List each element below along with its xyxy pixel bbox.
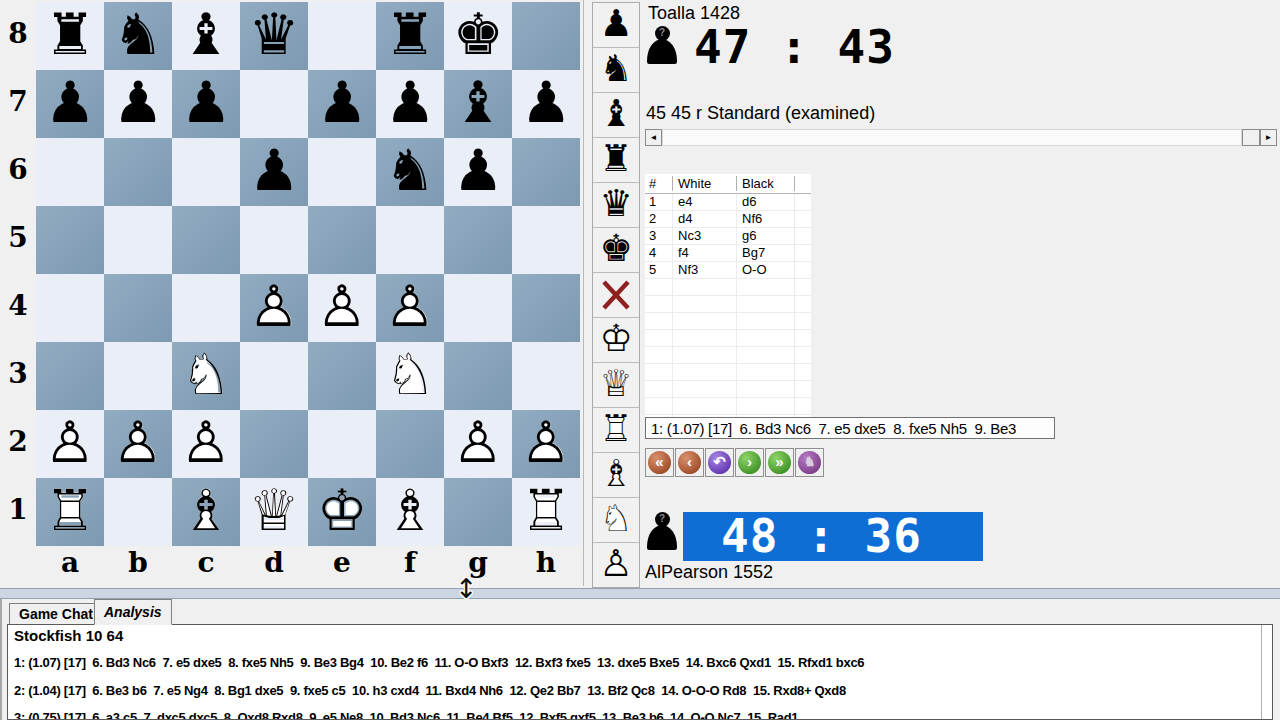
tab-analysis[interactable]: Analysis (94, 599, 172, 625)
square-a4[interactable] (36, 274, 104, 342)
step-forward-button[interactable]: › (735, 448, 764, 477)
square-g1[interactable] (444, 478, 512, 546)
white-move: Nc3 (678, 228, 701, 244)
to-start-icon: « (648, 451, 671, 474)
square-b5[interactable] (104, 206, 172, 274)
black-move: g6 (742, 228, 756, 244)
square-g2[interactable]: ♟♙ (444, 410, 512, 478)
white-move: e4 (678, 194, 692, 210)
move-row-4[interactable]: 4f4Bg7 (645, 245, 811, 262)
square-g6[interactable]: ♟ (444, 138, 512, 206)
engine-name-label: Stockfish 10 64 (14, 627, 123, 644)
square-a2[interactable]: ♟♙ (36, 410, 104, 478)
square-b3[interactable] (104, 342, 172, 410)
white-move: Nf3 (678, 262, 698, 278)
square-h1[interactable]: ♜♖ (512, 478, 580, 546)
game-info-label: 45 45 r Standard (examined) (646, 103, 875, 124)
square-f4[interactable]: ♟♙ (376, 274, 444, 342)
palette-black-rook[interactable]: ♜ (593, 138, 639, 183)
move-row-11[interactable] (645, 364, 811, 381)
black-pawn-icon: ♟ (593, 3, 639, 47)
move-list-body[interactable]: 1e4d62d4Nf63Nc3g64f4Bg75Nf3O-O (645, 194, 811, 432)
move-row-7[interactable] (645, 296, 811, 313)
square-f5[interactable] (376, 206, 444, 274)
move-list-header-black: Black (742, 176, 774, 191)
player-bottom-clock: 48 : 36 (721, 512, 922, 561)
square-f3[interactable]: ♞♘ (376, 342, 444, 410)
piece-black-pawn-g6[interactable]: ♟ (444, 138, 512, 206)
square-a7[interactable]: ♟ (36, 70, 104, 138)
square-f7[interactable]: ♟ (376, 70, 444, 138)
square-a1[interactable]: ♜♖ (36, 478, 104, 546)
piece-black-pawn-a7[interactable]: ♟ (36, 70, 104, 138)
white-bishop-icon: ♝♗ (593, 453, 639, 497)
piece-black-king-g8[interactable]: ♚ (444, 2, 512, 70)
square-c6[interactable] (172, 138, 240, 206)
square-a3[interactable] (36, 342, 104, 410)
panel-splitter[interactable] (0, 588, 1280, 599)
move-row-2[interactable]: 2d4Nf6 (645, 211, 811, 228)
player-bottom-avatar-icon: ? (647, 512, 677, 550)
file-label-f: f (376, 546, 444, 584)
analysis-output: Stockfish 10 64 1: (1.07) [17] 6. Bd3 Nc… (7, 624, 1273, 720)
piece-white-pawn-c2[interactable]: ♟♙ (172, 410, 240, 478)
palette-white-knight[interactable]: ♞♘ (593, 498, 639, 543)
square-c3[interactable]: ♞♘ (172, 342, 240, 410)
file-label-e: e (308, 546, 376, 584)
square-e1[interactable]: ♚♔ (308, 478, 376, 546)
palette-white-rook[interactable]: ♜♖ (593, 408, 639, 453)
bottom-panel: Game Chat Analysis Stockfish 10 64 1: (1… (0, 599, 1280, 720)
white-move: f4 (678, 245, 689, 261)
to-end-button[interactable]: » (765, 448, 794, 477)
piece-black-rook-f8[interactable]: ♜ (376, 2, 444, 70)
square-d4[interactable]: ♟♙ (240, 274, 308, 342)
analysis-line-1: 1: (1.07) [17] 6. Bd3 Nc6 7. e5 dxe5 8. … (14, 655, 864, 670)
square-b1[interactable] (104, 478, 172, 546)
square-d8[interactable]: ♛ (240, 2, 308, 70)
piece-white-bishop-f1[interactable]: ♝♗ (376, 478, 444, 546)
player-bottom-clock-highlight: 48 : 36 (683, 512, 983, 561)
square-e5[interactable] (308, 206, 376, 274)
square-e7[interactable]: ♟ (308, 70, 376, 138)
square-g7[interactable]: ♝ (444, 70, 512, 138)
square-f1[interactable]: ♝♗ (376, 478, 444, 546)
square-d1[interactable]: ♛♕ (240, 478, 308, 546)
move-number: 3 (649, 228, 656, 244)
square-h5[interactable] (512, 206, 580, 274)
piece-white-king-e1[interactable]: ♚♔ (308, 478, 376, 546)
white-pawn-icon: ♟♙ (593, 543, 639, 587)
board-frame-line (583, 0, 584, 586)
piece-white-pawn-e4[interactable]: ♟♙ (308, 274, 376, 342)
tab-game-chat[interactable]: Game Chat (9, 603, 103, 624)
black-king-icon: ♚ (593, 228, 639, 272)
square-c7[interactable]: ♟ (172, 70, 240, 138)
square-e6[interactable] (308, 138, 376, 206)
rank-label-3: 3 (0, 340, 36, 408)
analysis-line-2: 2: (1.04) [17] 6. Be3 b6 7. e5 Ng4 8. Bg… (14, 683, 846, 698)
square-a6[interactable] (36, 138, 104, 206)
step-back-icon: ‹ (678, 451, 701, 474)
rank-label-8: 8 (0, 0, 36, 68)
square-f2[interactable] (376, 410, 444, 478)
piece-black-queen-d8[interactable]: ♛ (240, 2, 308, 70)
move-list-header-num: # (649, 176, 656, 191)
engine-icon: ♞ (798, 451, 821, 474)
engine-button[interactable]: ♞ (795, 448, 824, 477)
black-queen-icon: ♛ (593, 183, 639, 227)
move-number: 2 (649, 211, 656, 227)
white-king-icon: ♚♔ (593, 318, 639, 362)
palette-black-king[interactable]: ♚ (593, 228, 639, 273)
revert-icon: ↶ (708, 451, 731, 474)
file-label-c: c (172, 546, 240, 584)
move-number: 4 (649, 245, 656, 261)
analysis-scrollbar-track[interactable] (1261, 625, 1272, 719)
square-b6[interactable] (104, 138, 172, 206)
step-forward-icon: › (738, 451, 761, 474)
square-c5[interactable] (172, 206, 240, 274)
piece-white-knight-f3[interactable]: ♞♘ (376, 342, 444, 410)
piece-black-bishop-c8[interactable]: ♝ (172, 2, 240, 70)
black-rook-icon: ♜ (593, 138, 639, 182)
rank-label-1: 1 (0, 476, 36, 544)
white-rook-icon: ♜♖ (593, 408, 639, 452)
black-move: O-O (742, 262, 767, 278)
step-back-button[interactable]: ‹ (675, 448, 704, 477)
white-move: d4 (678, 211, 692, 227)
piece-palette: ♟♞♝♜♛♚♚♔♛♕♜♖♝♗♞♘♟♙ (592, 2, 640, 588)
black-bishop-icon: ♝ (593, 93, 639, 137)
square-d6[interactable]: ♟ (240, 138, 308, 206)
black-move: Nf6 (742, 211, 762, 227)
black-move: Bg7 (742, 245, 765, 261)
navigation-buttons: «‹↶›»♞ (645, 448, 825, 477)
square-d3[interactable] (240, 342, 308, 410)
move-row-3[interactable]: 3Nc3g6 (645, 228, 811, 245)
square-d2[interactable] (240, 410, 308, 478)
scrollbar-thumb[interactable] (1242, 129, 1260, 146)
square-e4[interactable]: ♟♙ (308, 274, 376, 342)
moves-horizontal-scrollbar[interactable]: ◄ ► (645, 129, 1277, 146)
resize-cursor-icon: ↕ (455, 573, 478, 604)
move-row-9[interactable] (645, 330, 811, 347)
piece-white-pawn-h2[interactable]: ♟♙ (512, 410, 580, 478)
move-row-12[interactable] (645, 381, 811, 398)
piece-white-rook-h1[interactable]: ♜♖ (512, 478, 580, 546)
rank-label-4: 4 (0, 272, 36, 340)
palette-black-bishop[interactable]: ♝ (593, 93, 639, 138)
player-bottom-name: AlPearson 1552 (645, 562, 773, 583)
piece-black-pawn-h7[interactable]: ♟ (512, 70, 580, 138)
square-g3[interactable] (444, 342, 512, 410)
scroll-left-button[interactable]: ◄ (645, 129, 662, 146)
file-label-h: h (512, 546, 580, 584)
square-b2[interactable]: ♟♙ (104, 410, 172, 478)
palette-white-bishop[interactable]: ♝♗ (593, 453, 639, 498)
palette-black-pawn[interactable]: ♟ (593, 3, 639, 48)
square-h7[interactable]: ♟ (512, 70, 580, 138)
square-b8[interactable]: ♞ (104, 2, 172, 70)
square-b4[interactable] (104, 274, 172, 342)
move-list-header: #WhiteBlack (645, 174, 811, 194)
move-row-6[interactable] (645, 279, 811, 296)
palette-delete-button[interactable] (593, 273, 639, 318)
square-h6[interactable] (512, 138, 580, 206)
piece-white-pawn-f4[interactable]: ♟♙ (376, 274, 444, 342)
file-label-b: b (104, 546, 172, 584)
chess-board: ♜♞♝♛♜♚♟♟♟♟♟♝♟♟♞♟♟♙♟♙♟♙♞♘♞♘♟♙♟♙♟♙♟♙♟♙♜♖♝♗… (36, 2, 580, 546)
piece-white-pawn-d4[interactable]: ♟♙ (240, 274, 308, 342)
piece-white-queen-d1[interactable]: ♛♕ (240, 478, 308, 546)
black-move: d6 (742, 194, 756, 210)
square-h4[interactable] (512, 274, 580, 342)
square-e2[interactable] (308, 410, 376, 478)
palette-white-queen[interactable]: ♛♕ (593, 363, 639, 408)
engine-line-box: 1: (1.07) [17] 6. Bd3 Nc6 7. e5 dxe5 8. … (645, 417, 1055, 439)
square-g4[interactable] (444, 274, 512, 342)
piece-white-pawn-a2[interactable]: ♟♙ (36, 410, 104, 478)
square-d7[interactable] (240, 70, 308, 138)
engine-line-text: 1: (1.07) [17] 6. Bd3 Nc6 7. e5 dxe5 8. … (651, 419, 1016, 438)
move-row-10[interactable] (645, 347, 811, 364)
player-top-clock: 47 : 43 (694, 22, 895, 72)
move-row-13[interactable] (645, 398, 811, 415)
square-d5[interactable] (240, 206, 308, 274)
chess-app-window: 87654321 ♜♞♝♛♜♚♟♟♟♟♟♝♟♟♞♟♟♙♟♙♟♙♞♘♞♘♟♙♟♙♟… (0, 0, 1280, 720)
white-knight-icon: ♞♘ (593, 498, 639, 542)
piece-black-pawn-e7[interactable]: ♟ (308, 70, 376, 138)
file-label-a: a (36, 546, 104, 584)
square-c8[interactable]: ♝ (172, 2, 240, 70)
palette-black-queen[interactable]: ♛ (593, 183, 639, 228)
square-c4[interactable] (172, 274, 240, 342)
square-h8[interactable] (512, 2, 580, 70)
piece-white-pawn-b2[interactable]: ♟♙ (104, 410, 172, 478)
piece-black-knight-b8[interactable]: ♞ (104, 2, 172, 70)
palette-white-pawn[interactable]: ♟♙ (593, 543, 639, 587)
to-end-icon: » (768, 451, 791, 474)
black-knight-icon: ♞ (593, 48, 639, 92)
piece-black-bishop-g7[interactable]: ♝ (444, 70, 512, 138)
piece-black-pawn-d6[interactable]: ♟ (240, 138, 308, 206)
piece-black-rook-a8[interactable]: ♜ (36, 2, 104, 70)
move-number: 1 (649, 194, 656, 210)
square-c2[interactable]: ♟♙ (172, 410, 240, 478)
scrollbar-track[interactable] (662, 129, 1242, 146)
revert-button[interactable]: ↶ (705, 448, 734, 477)
piece-white-bishop-c1[interactable]: ♝♗ (172, 478, 240, 546)
piece-black-knight-f6[interactable]: ♞ (376, 138, 444, 206)
scroll-right-button[interactable]: ► (1260, 129, 1277, 146)
square-g5[interactable] (444, 206, 512, 274)
analysis-line-3: 3: (0.75) [17] 6. a3 c5 7. dxc5 dxc5 8. … (14, 710, 798, 720)
rank-label-7: 7 (0, 68, 36, 136)
white-queen-icon: ♛♕ (593, 363, 639, 407)
piece-black-pawn-b7[interactable]: ♟ (104, 70, 172, 138)
piece-white-rook-a1[interactable]: ♜♖ (36, 478, 104, 546)
move-row-1[interactable]: 1e4d6 (645, 194, 811, 211)
rank-label-5: 5 (0, 204, 36, 272)
square-b7[interactable]: ♟ (104, 70, 172, 138)
move-row-8[interactable] (645, 313, 811, 330)
piece-white-knight-c3[interactable]: ♞♘ (172, 342, 240, 410)
to-start-button[interactable]: « (645, 448, 674, 477)
move-list-header-white: White (678, 176, 711, 191)
piece-black-pawn-c7[interactable]: ♟ (172, 70, 240, 138)
rank-label-2: 2 (0, 408, 36, 476)
piece-white-pawn-g2[interactable]: ♟♙ (444, 410, 512, 478)
move-number: 5 (649, 262, 656, 278)
square-f6[interactable]: ♞ (376, 138, 444, 206)
player-top-avatar-icon: ? (647, 26, 677, 64)
move-row-5[interactable]: 5Nf3O-O (645, 262, 811, 279)
square-a8[interactable]: ♜ (36, 2, 104, 70)
rank-label-6: 6 (0, 136, 36, 204)
square-h2[interactable]: ♟♙ (512, 410, 580, 478)
square-e8[interactable] (308, 2, 376, 70)
square-h3[interactable] (512, 342, 580, 410)
palette-black-knight[interactable]: ♞ (593, 48, 639, 93)
delete-x-icon (593, 273, 639, 317)
square-a5[interactable] (36, 206, 104, 274)
move-list-table[interactable]: #WhiteBlack 1e4d62d4Nf63Nc3g64f4Bg75Nf3O… (645, 174, 811, 417)
square-c1[interactable]: ♝♗ (172, 478, 240, 546)
piece-black-pawn-f7[interactable]: ♟ (376, 70, 444, 138)
palette-white-king[interactable]: ♚♔ (593, 318, 639, 363)
square-g8[interactable]: ♚ (444, 2, 512, 70)
file-label-d: d (240, 546, 308, 584)
square-e3[interactable] (308, 342, 376, 410)
square-f8[interactable]: ♜ (376, 2, 444, 70)
